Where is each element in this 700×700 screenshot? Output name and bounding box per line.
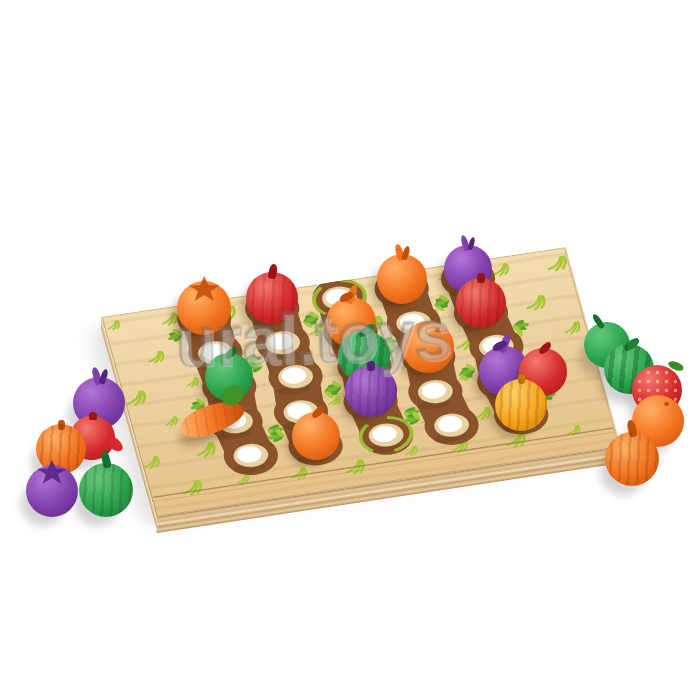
piece-pumpkin-stem-green[interactable] [79, 463, 133, 517]
piece-apple-orange[interactable] [292, 412, 340, 460]
piece-texture-icon [345, 365, 397, 417]
piece-pumpkin-purple[interactable] [345, 365, 397, 417]
piece-pumpkin-red[interactable] [456, 278, 506, 328]
piece-texture-icon [605, 432, 659, 486]
piece-texture-icon [79, 463, 133, 517]
piece-pumpkin-yellow[interactable] [495, 379, 547, 431]
piece-stem-icon [667, 359, 685, 373]
piece-stem-icon [189, 276, 220, 303]
piece-eggplant-purple[interactable] [26, 465, 78, 517]
piece-stem-icon [664, 402, 669, 407]
piece-texture-icon [401, 245, 411, 260]
piece-pumpkin-stem-orange[interactable] [605, 432, 659, 486]
piece-texture-icon [89, 412, 97, 419]
piece-texture-icon [495, 379, 547, 431]
piece-texture-icon [468, 237, 477, 251]
product-photo: ural.toys [0, 0, 700, 700]
piece-texture-icon [456, 278, 506, 328]
piece-stem-icon [435, 327, 440, 332]
piece-orange-orange[interactable] [402, 321, 454, 373]
piece-onion-orange[interactable] [377, 254, 427, 304]
piece-stem-icon [591, 312, 605, 328]
